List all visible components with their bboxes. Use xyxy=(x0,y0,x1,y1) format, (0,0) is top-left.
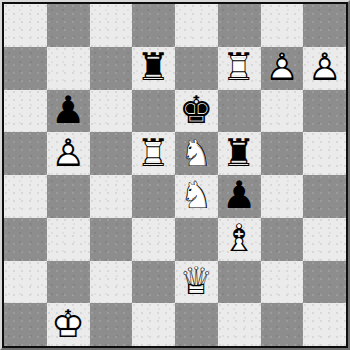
square-d3[interactable] xyxy=(132,218,175,261)
square-h8[interactable] xyxy=(303,4,346,47)
square-c1[interactable] xyxy=(90,303,133,346)
square-e6[interactable]: ♚ xyxy=(175,90,218,133)
square-f3[interactable]: ♝♗ xyxy=(218,218,261,261)
black-king-glyph: ♚ xyxy=(179,91,213,129)
square-d7[interactable]: ♜ xyxy=(132,47,175,90)
square-c2[interactable] xyxy=(90,261,133,304)
square-b6[interactable]: ♟ xyxy=(47,90,90,133)
square-d6[interactable] xyxy=(132,90,175,133)
square-d4[interactable] xyxy=(132,175,175,218)
white-knight-outline-glyph: ♘ xyxy=(179,177,213,215)
white-pawn-g7[interactable]: ♟♙ xyxy=(261,47,304,90)
white-rook-outline-glyph: ♖ xyxy=(222,48,256,86)
chess-board-frame: ♜♜♖♟♙♟♙♟♚♟♙♜♖♞♘♜♞♘♟♝♗♛♕♚♔ xyxy=(0,0,350,350)
square-a7[interactable] xyxy=(4,47,47,90)
square-e1[interactable] xyxy=(175,303,218,346)
square-f6[interactable] xyxy=(218,90,261,133)
white-rook-outline-glyph: ♖ xyxy=(137,134,171,172)
square-g3[interactable] xyxy=(261,218,304,261)
square-c5[interactable] xyxy=(90,132,133,175)
square-a1[interactable] xyxy=(4,303,47,346)
white-pawn-b5[interactable]: ♟♙ xyxy=(47,132,90,175)
white-bishop-f3[interactable]: ♝♗ xyxy=(218,218,261,261)
square-h6[interactable] xyxy=(303,90,346,133)
white-rook-f7[interactable]: ♜♖ xyxy=(218,47,261,90)
square-f5[interactable]: ♜ xyxy=(218,132,261,175)
square-c3[interactable] xyxy=(90,218,133,261)
square-h7[interactable]: ♟♙ xyxy=(303,47,346,90)
white-pawn-outline-glyph: ♙ xyxy=(265,48,299,86)
square-e4[interactable]: ♞♘ xyxy=(175,175,218,218)
square-a4[interactable] xyxy=(4,175,47,218)
square-h3[interactable] xyxy=(303,218,346,261)
black-king-e6[interactable]: ♚ xyxy=(175,90,218,133)
square-e8[interactable] xyxy=(175,4,218,47)
square-g5[interactable] xyxy=(261,132,304,175)
square-h2[interactable] xyxy=(303,261,346,304)
black-rook-glyph: ♜ xyxy=(222,134,256,172)
square-f2[interactable] xyxy=(218,261,261,304)
chess-board: ♜♜♖♟♙♟♙♟♚♟♙♜♖♞♘♜♞♘♟♝♗♛♕♚♔ xyxy=(2,2,348,348)
black-rook-d7[interactable]: ♜ xyxy=(132,47,175,90)
black-rook-glyph: ♜ xyxy=(137,48,171,86)
square-c7[interactable] xyxy=(90,47,133,90)
square-f8[interactable] xyxy=(218,4,261,47)
square-a2[interactable] xyxy=(4,261,47,304)
square-g1[interactable] xyxy=(261,303,304,346)
square-e5[interactable]: ♞♘ xyxy=(175,132,218,175)
square-d8[interactable] xyxy=(132,4,175,47)
square-f1[interactable] xyxy=(218,303,261,346)
square-b8[interactable] xyxy=(47,4,90,47)
black-pawn-f4[interactable]: ♟ xyxy=(218,175,261,218)
black-pawn-glyph: ♟ xyxy=(51,91,85,129)
square-b5[interactable]: ♟♙ xyxy=(47,132,90,175)
square-a8[interactable] xyxy=(4,4,47,47)
square-b3[interactable] xyxy=(47,218,90,261)
square-c4[interactable] xyxy=(90,175,133,218)
square-g6[interactable] xyxy=(261,90,304,133)
black-rook-f5[interactable]: ♜ xyxy=(218,132,261,175)
square-d1[interactable] xyxy=(132,303,175,346)
white-king-outline-glyph: ♔ xyxy=(51,305,85,343)
white-knight-e4[interactable]: ♞♘ xyxy=(175,175,218,218)
square-c6[interactable] xyxy=(90,90,133,133)
square-a5[interactable] xyxy=(4,132,47,175)
white-knight-e5[interactable]: ♞♘ xyxy=(175,132,218,175)
white-rook-d5[interactable]: ♜♖ xyxy=(132,132,175,175)
square-b4[interactable] xyxy=(47,175,90,218)
square-f4[interactable]: ♟ xyxy=(218,175,261,218)
square-g4[interactable] xyxy=(261,175,304,218)
black-pawn-b6[interactable]: ♟ xyxy=(47,90,90,133)
square-g8[interactable] xyxy=(261,4,304,47)
square-g2[interactable] xyxy=(261,261,304,304)
square-e2[interactable]: ♛♕ xyxy=(175,261,218,304)
white-queen-outline-glyph: ♕ xyxy=(179,262,213,300)
square-h5[interactable] xyxy=(303,132,346,175)
white-bishop-outline-glyph: ♗ xyxy=(222,219,256,257)
square-b7[interactable] xyxy=(47,47,90,90)
square-a3[interactable] xyxy=(4,218,47,261)
white-pawn-h7[interactable]: ♟♙ xyxy=(303,47,346,90)
square-e3[interactable] xyxy=(175,218,218,261)
white-king-b1[interactable]: ♚♔ xyxy=(47,303,90,346)
square-h4[interactable] xyxy=(303,175,346,218)
square-h1[interactable] xyxy=(303,303,346,346)
white-pawn-outline-glyph: ♙ xyxy=(51,134,85,172)
square-e7[interactable] xyxy=(175,47,218,90)
square-d2[interactable] xyxy=(132,261,175,304)
square-c8[interactable] xyxy=(90,4,133,47)
square-g7[interactable]: ♟♙ xyxy=(261,47,304,90)
square-b2[interactable] xyxy=(47,261,90,304)
black-pawn-glyph: ♟ xyxy=(222,177,256,215)
white-pawn-outline-glyph: ♙ xyxy=(308,48,342,86)
square-b1[interactable]: ♚♔ xyxy=(47,303,90,346)
square-f7[interactable]: ♜♖ xyxy=(218,47,261,90)
white-queen-e2[interactable]: ♛♕ xyxy=(175,261,218,304)
white-knight-outline-glyph: ♘ xyxy=(179,134,213,172)
square-a6[interactable] xyxy=(4,90,47,133)
square-d5[interactable]: ♜♖ xyxy=(132,132,175,175)
